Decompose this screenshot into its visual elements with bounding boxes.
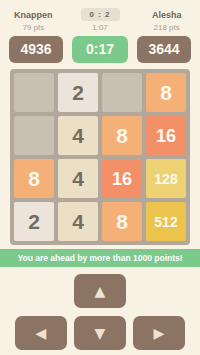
tile-512-r4c4: 512 <box>146 202 186 241</box>
total-time-label: 1:07 <box>67 23 134 32</box>
move-left-button[interactable]: ◀ <box>15 316 67 350</box>
player-left-name: Knappen <box>0 10 67 20</box>
left-arrow-icon: ◀ <box>36 326 47 340</box>
game-board: 2848168416128248512 <box>10 69 190 245</box>
tile-8-r1c4: 8 <box>146 73 186 112</box>
tile-16-r2c4: 16 <box>146 116 186 155</box>
match-center-panel: 0 : 2 1:07 <box>67 3 134 32</box>
player-right-score: 3644 <box>137 36 191 63</box>
empty-cell-r2c1 <box>14 116 54 155</box>
move-right-button[interactable]: ▶ <box>133 316 185 350</box>
dpad-top-row: ▲ <box>0 274 200 308</box>
up-arrow-icon: ▲ <box>95 284 106 298</box>
move-up-button[interactable]: ▲ <box>74 274 126 308</box>
match-score-badge: 0 : 2 <box>81 8 120 21</box>
down-arrow-icon: ▼ <box>95 326 106 340</box>
player-right-panel: Alesha 218 pts <box>133 3 200 32</box>
empty-cell-r1c1 <box>14 73 54 112</box>
player-left-points: 79 pts <box>0 23 67 32</box>
tile-4-r3c2: 4 <box>58 159 98 198</box>
player-left-panel: Knappen 79 pts <box>0 3 67 32</box>
player-right-points: 218 pts <box>133 23 200 32</box>
status-banner: You are ahead by more than 1000 points! <box>0 249 200 267</box>
tile-8-r3c1: 8 <box>14 159 54 198</box>
turn-timer: 0:17 <box>72 36 128 63</box>
tile-4-r4c2: 4 <box>58 202 98 241</box>
tile-16-r3c3: 16 <box>102 159 142 198</box>
tile-8-r4c3: 8 <box>102 202 142 241</box>
dpad-bottom-row: ◀ ▼ ▶ <box>0 316 200 350</box>
player-right-name: Alesha <box>133 10 200 20</box>
move-down-button[interactable]: ▼ <box>74 316 126 350</box>
empty-cell-r1c3 <box>102 73 142 112</box>
match-header: Knappen 79 pts 0 : 2 1:07 Alesha 218 pts <box>0 0 200 32</box>
right-arrow-icon: ▶ <box>154 326 165 340</box>
player-left-score: 4936 <box>9 36 63 63</box>
tile-4-r2c2: 4 <box>58 116 98 155</box>
tile-8-r2c3: 8 <box>102 116 142 155</box>
score-row: 4936 0:17 3644 <box>0 36 200 63</box>
tile-2-r1c2: 2 <box>58 73 98 112</box>
tile-2-r4c1: 2 <box>14 202 54 241</box>
tile-128-r3c4: 128 <box>146 159 186 198</box>
